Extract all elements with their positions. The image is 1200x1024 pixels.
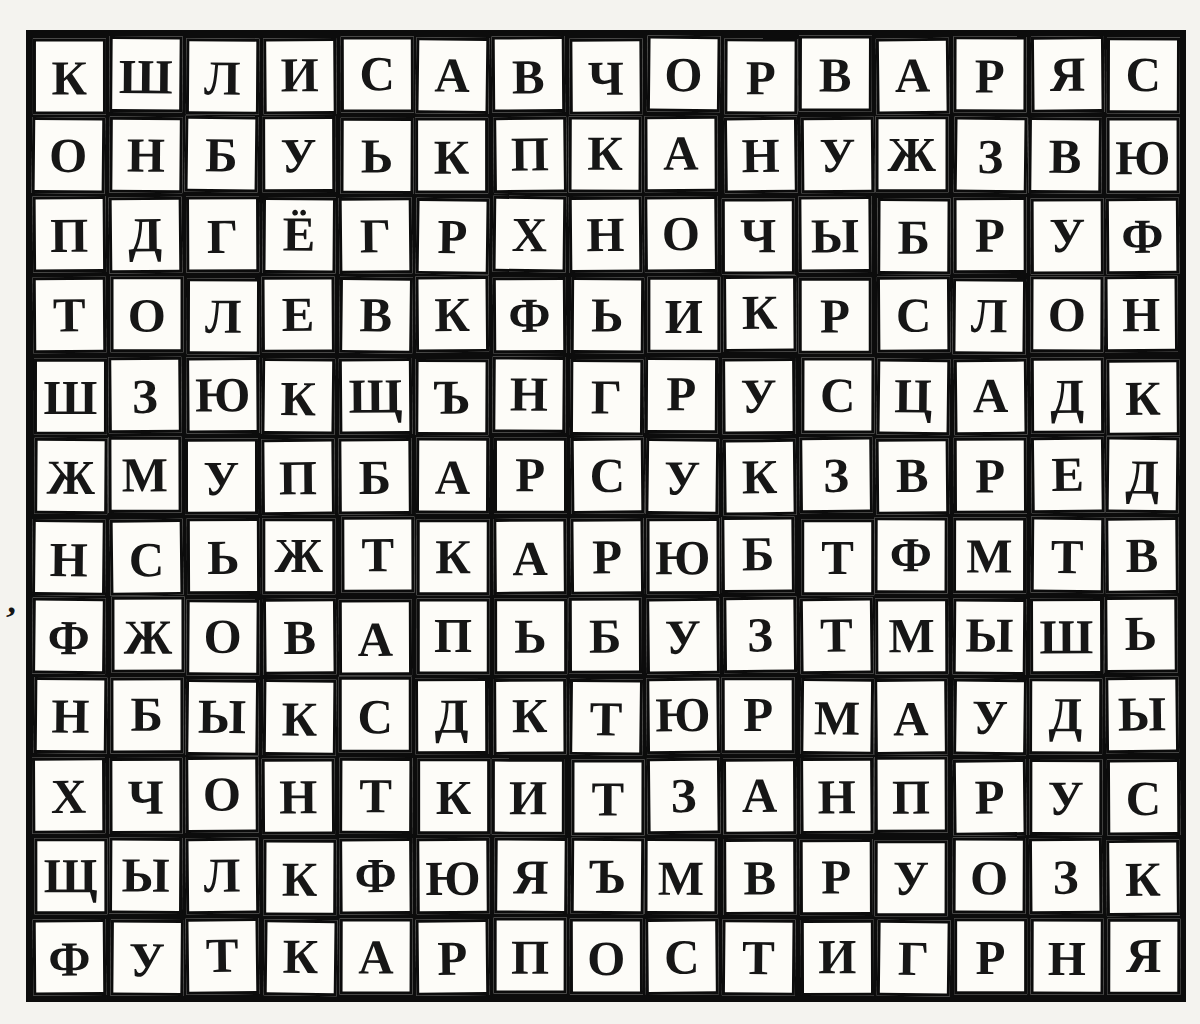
grid-cell[interactable]: О <box>186 757 259 834</box>
cell-letter: В <box>283 612 316 661</box>
cell-letter: Ь <box>360 131 393 180</box>
cell-letter: К <box>436 773 472 822</box>
cell-letter: Ч <box>740 211 776 260</box>
grid-cell[interactable]: Ф <box>493 277 566 354</box>
cell-letter: Ч <box>587 53 623 102</box>
grid-cell[interactable]: Ш <box>34 358 107 434</box>
grid-cell[interactable]: В <box>1106 517 1179 594</box>
cell-letter: П <box>892 773 930 822</box>
cell-letter: Д <box>1048 690 1082 739</box>
grid-cell[interactable]: П <box>493 117 567 194</box>
grid-cell[interactable]: М <box>953 517 1026 593</box>
grid-cell[interactable]: П <box>417 599 490 675</box>
grid-cell[interactable]: Ф <box>339 838 412 915</box>
cell-letter: Ф <box>1122 212 1164 261</box>
grid-cell[interactable]: У <box>110 919 183 996</box>
grid-cell[interactable]: Ш <box>109 36 182 113</box>
grid-cell[interactable]: К <box>723 439 797 516</box>
grid-cell[interactable]: Л <box>186 837 259 914</box>
grid-cell[interactable]: Г <box>570 359 643 436</box>
cell-letter: С <box>664 932 700 981</box>
grid-cell[interactable]: У <box>722 358 795 435</box>
cell-letter: У <box>204 453 240 502</box>
cell-letter: К <box>1125 373 1161 422</box>
grid-cell[interactable]: К <box>263 679 336 756</box>
grid-cell[interactable]: Н <box>34 677 107 754</box>
grid-cell[interactable]: Р <box>954 437 1027 513</box>
cell-letter: Т <box>1050 532 1083 581</box>
cell-letter: К <box>742 452 778 501</box>
grid-cell[interactable]: Ф <box>33 919 106 996</box>
grid-cell[interactable]: Р <box>954 197 1027 273</box>
grid-cell[interactable]: Ж <box>876 116 949 192</box>
cell-letter: З <box>822 450 848 499</box>
grid-cell[interactable]: Д <box>1030 357 1103 434</box>
grid-cell[interactable]: Н <box>262 759 335 836</box>
cell-letter: К <box>512 691 548 740</box>
cell-letter: А <box>663 128 699 177</box>
grid-cell[interactable]: Р <box>798 278 871 354</box>
cell-letter: А <box>357 615 393 664</box>
grid-cell[interactable]: Д <box>1106 436 1179 513</box>
grid-cell[interactable]: Т <box>186 918 260 995</box>
grid-cell[interactable]: Т <box>1030 517 1103 594</box>
grid-cell[interactable]: М <box>875 598 948 674</box>
grid-cell[interactable]: Ю <box>417 837 490 914</box>
grid-cell[interactable]: Ж <box>111 597 184 673</box>
cell-letter: К <box>281 694 317 743</box>
grid-cell[interactable]: У <box>1030 199 1103 275</box>
grid-cell[interactable]: К <box>723 276 796 353</box>
grid-cell[interactable]: С <box>801 357 874 433</box>
grid-cell[interactable]: Т <box>799 598 872 675</box>
grid-cell[interactable]: Б <box>110 678 183 754</box>
grid-cell[interactable]: К <box>263 839 336 916</box>
grid-cell[interactable]: З <box>108 356 181 433</box>
cell-letter: О <box>49 131 88 180</box>
grid-cell[interactable]: У <box>800 117 873 194</box>
grid-cell[interactable]: Б <box>878 198 951 275</box>
grid-cell[interactable]: К <box>493 679 566 756</box>
grid-cell[interactable]: В <box>492 36 565 113</box>
grid-cell[interactable]: О <box>187 599 260 676</box>
cell-letter: Р <box>437 933 467 982</box>
grid-cell[interactable]: Ъ <box>570 837 643 914</box>
grid-cell[interactable]: Ь <box>570 277 643 354</box>
grid-cell[interactable]: А <box>416 437 489 513</box>
cell-letter: Ж <box>888 129 936 178</box>
cell-letter: Ю <box>195 369 251 418</box>
cell-letter: К <box>436 532 472 581</box>
grid-cell[interactable]: У <box>646 438 719 515</box>
grid-cell[interactable]: Р <box>416 198 490 275</box>
cell-letter: Д <box>1126 452 1160 501</box>
cell-letter: Н <box>51 691 90 740</box>
cell-letter: Ц <box>894 371 933 420</box>
grid-cell[interactable]: П <box>33 196 106 273</box>
grid-cell[interactable]: Д <box>1029 679 1102 755</box>
cell-letter: К <box>587 128 623 177</box>
grid-cell[interactable]: А <box>338 599 411 675</box>
grid-cell[interactable]: Р <box>645 357 718 433</box>
cell-letter: Т <box>591 775 624 824</box>
grid-cell[interactable]: К <box>261 358 334 435</box>
grid-cell[interactable]: З <box>647 758 720 835</box>
grid-cell[interactable]: Н <box>1105 276 1178 353</box>
grid-cell[interactable]: Ш <box>1030 598 1103 674</box>
cell-letter: К <box>742 288 778 337</box>
grid-cell[interactable]: Я <box>1031 36 1104 113</box>
grid-cell[interactable]: Л <box>186 38 259 115</box>
grid-cell[interactable]: Я <box>1108 919 1181 995</box>
grid-cell[interactable]: Ь <box>340 118 413 194</box>
grid-cell[interactable]: Р <box>722 677 795 753</box>
grid-cell[interactable]: И <box>800 920 873 996</box>
cell-letter: Б <box>205 130 238 179</box>
grid-cell[interactable]: Л <box>187 279 260 355</box>
cell-letter: Р <box>974 773 1004 822</box>
grid-cell[interactable]: Ч <box>722 199 795 275</box>
grid-cell[interactable]: М <box>800 678 873 755</box>
cell-letter: С <box>1126 50 1162 99</box>
grid-cell[interactable]: Р <box>953 760 1026 837</box>
cell-letter: Ч <box>127 773 163 822</box>
grid-cell[interactable]: Б <box>721 516 794 593</box>
grid-cell[interactable]: Ч <box>569 38 642 115</box>
grid-cell[interactable]: У <box>185 438 258 514</box>
grid-cell[interactable]: Т <box>341 516 414 592</box>
grid-cell[interactable]: М <box>108 436 181 512</box>
cell-letter: Ы <box>198 692 247 741</box>
grid-cell[interactable]: З <box>1029 837 1102 914</box>
cell-letter: П <box>434 611 472 660</box>
grid-cell[interactable]: С <box>1107 760 1180 837</box>
grid-cell[interactable]: Т <box>571 760 644 836</box>
grid-cell[interactable]: О <box>32 117 105 194</box>
grid-cell[interactable]: К <box>568 117 641 193</box>
grid-cell[interactable]: Ь <box>494 598 567 674</box>
cell-letter: А <box>435 452 471 501</box>
grid-cell[interactable]: В <box>1028 117 1101 194</box>
cell-letter: С <box>357 692 392 741</box>
cell-letter: К <box>280 373 316 422</box>
grid-cell[interactable]: К <box>417 519 490 595</box>
cell-letter: А <box>893 694 929 743</box>
grid-cell[interactable]: О <box>647 36 720 113</box>
grid-cell[interactable]: З <box>954 117 1028 194</box>
grid-cell[interactable]: Р <box>953 36 1026 112</box>
cell-letter: Е <box>1051 449 1084 498</box>
cell-letter: А <box>512 534 548 583</box>
grid-cell[interactable]: С <box>570 437 643 514</box>
cell-letter: У <box>1049 211 1085 260</box>
cell-letter: Л <box>204 850 241 899</box>
grid-cell[interactable]: Х <box>493 196 566 273</box>
grid-cell[interactable]: Г <box>338 197 411 274</box>
grid-cell[interactable]: Т <box>722 919 795 996</box>
cell-letter: Ж <box>46 452 95 501</box>
cell-letter: Ф <box>47 613 90 662</box>
grid-cell[interactable]: П <box>261 438 334 515</box>
cell-letter: А <box>742 771 778 820</box>
cell-letter: Т <box>589 694 622 743</box>
grid-cell[interactable]: В <box>263 598 336 675</box>
cell-letter: У <box>893 853 929 902</box>
grid-cell[interactable]: Н <box>1030 918 1103 994</box>
grid-cell[interactable]: Т <box>339 758 412 834</box>
cell-letter: Ь <box>1125 609 1158 658</box>
cell-letter: Б <box>589 611 622 660</box>
grid-cell[interactable]: О <box>110 277 183 353</box>
cell-letter: З <box>977 132 1003 181</box>
grid-cell[interactable]: А <box>874 679 947 756</box>
cell-letter: А <box>358 932 394 981</box>
grid-cell[interactable]: И <box>263 38 336 115</box>
grid-cell[interactable]: А <box>339 918 412 994</box>
cell-letter: Б <box>130 690 162 739</box>
cell-letter: О <box>203 769 241 818</box>
cell-letter: Ш <box>118 52 172 101</box>
cell-letter: Ж <box>123 612 172 661</box>
grid-cell[interactable]: Ы <box>186 679 259 756</box>
grid-cell[interactable]: Б <box>185 116 259 193</box>
cell-letter: Н <box>817 772 855 821</box>
grid-cell[interactable]: С <box>645 918 718 995</box>
grid-cell[interactable]: Д <box>415 678 488 754</box>
grid-cell[interactable]: А <box>645 116 718 193</box>
grid-cell[interactable]: Р <box>494 438 567 514</box>
cell-letter: Т <box>742 932 775 981</box>
cell-letter: Р <box>438 212 469 261</box>
grid-cell[interactable]: Н <box>492 356 565 433</box>
cell-letter: Н <box>586 210 625 259</box>
grid-cell[interactable]: Ю <box>186 357 259 434</box>
cell-letter: Я <box>1126 930 1161 979</box>
cell-letter: Т <box>359 771 392 820</box>
grid-cell[interactable]: Ф <box>875 517 948 593</box>
grid-cell[interactable]: Ь <box>1105 597 1178 674</box>
grid-cell[interactable]: У <box>875 840 948 916</box>
grid-cell[interactable]: У <box>262 116 335 192</box>
grid-cell[interactable]: С <box>1107 37 1180 113</box>
grid-cell[interactable]: Е <box>1031 436 1105 513</box>
grid-cell[interactable]: В <box>876 438 949 515</box>
grid-cell[interactable]: М <box>645 838 718 914</box>
grid-cell[interactable]: С <box>877 277 950 354</box>
grid-cell[interactable]: Ю <box>647 518 720 594</box>
grid-cell[interactable]: В <box>723 838 796 915</box>
cell-letter: В <box>896 450 929 499</box>
grid-cell[interactable]: И <box>648 277 721 353</box>
cell-letter: А <box>435 50 471 99</box>
cell-letter: А <box>895 50 931 99</box>
grid-cell[interactable]: Щ <box>34 838 107 914</box>
cell-letter: Р <box>667 368 697 417</box>
cell-letter: Ф <box>48 934 90 983</box>
grid-cell[interactable]: А <box>416 37 490 114</box>
grid-cell[interactable]: Ф <box>1106 198 1179 275</box>
grid-cell[interactable]: Ч <box>109 758 182 834</box>
cell-letter: И <box>665 292 703 341</box>
cell-letter: Б <box>898 213 931 262</box>
grid-cell[interactable]: Х <box>32 758 105 834</box>
grid-cell[interactable]: К <box>1107 359 1180 436</box>
grid-cell[interactable]: К <box>417 759 490 835</box>
grid-cell[interactable]: О <box>953 837 1026 913</box>
grid-cell[interactable]: Я <box>494 837 567 914</box>
grid-cell[interactable]: К <box>415 118 488 194</box>
grid-cell[interactable]: С <box>340 36 413 112</box>
cell-letter: Ю <box>656 533 711 582</box>
cell-letter: И <box>280 50 319 99</box>
grid-cell[interactable]: П <box>875 757 948 833</box>
cell-letter: Ы <box>121 850 169 899</box>
grid-cell[interactable]: А <box>876 38 950 115</box>
grid-cell[interactable]: С <box>338 677 411 753</box>
grid-cell[interactable]: О <box>1030 277 1103 353</box>
grid-cell[interactable]: Ю <box>647 678 720 755</box>
cell-letter: Н <box>49 534 88 583</box>
grid-cell[interactable]: Ы <box>1106 677 1179 754</box>
cell-letter: Щ <box>348 371 402 420</box>
grid-cell[interactable]: И <box>492 759 565 835</box>
grid-cell[interactable]: Ы <box>109 837 182 914</box>
cell-letter: У <box>972 693 1009 742</box>
grid-cell[interactable]: Ы <box>798 196 871 273</box>
cell-letter: Н <box>510 369 548 418</box>
grid-cell[interactable]: К <box>264 919 338 996</box>
stray-ink-mark: ’ <box>0 599 19 639</box>
cell-letter: Б <box>358 452 391 501</box>
grid-cell[interactable]: Т <box>569 679 643 756</box>
grid-cell[interactable]: Р <box>416 919 489 996</box>
cell-letter: Н <box>1122 290 1160 339</box>
cell-letter: М <box>813 693 860 742</box>
cell-letter: Р <box>975 451 1005 500</box>
cell-letter: В <box>1126 530 1159 579</box>
cell-letter: Ю <box>425 853 481 902</box>
grid-cell[interactable]: Т <box>33 277 106 354</box>
cell-letter: Х <box>511 210 547 259</box>
grid-cell[interactable]: Ж <box>262 518 335 594</box>
cell-letter: Л <box>205 292 242 341</box>
grid-cell[interactable]: А <box>954 358 1027 435</box>
cell-letter: В <box>818 50 851 99</box>
grid-cell[interactable]: У <box>1029 760 1102 836</box>
cell-letter: Р <box>743 690 773 739</box>
cell-letter: Г <box>590 372 621 421</box>
cell-letter: О <box>662 209 701 258</box>
grid-cell[interactable]: Г <box>877 920 951 997</box>
cell-letter: У <box>819 131 855 180</box>
cell-letter: Ф <box>508 291 550 340</box>
cell-letter: Ь <box>591 291 624 340</box>
grid-cell[interactable]: А <box>493 518 566 595</box>
cell-letter: М <box>658 853 704 902</box>
grid-cell[interactable]: У <box>953 679 1027 756</box>
grid-cell[interactable]: Ъ <box>416 359 489 435</box>
cell-letter: С <box>896 291 932 340</box>
cell-letter: Д <box>128 210 162 259</box>
grid-cell[interactable]: С <box>109 519 183 596</box>
grid-cell[interactable]: Г <box>186 197 259 273</box>
grid-cell[interactable]: К <box>416 276 489 353</box>
grid-cell[interactable]: Н <box>568 197 641 274</box>
cell-letter: Ы <box>1118 689 1167 739</box>
grid-cell[interactable]: Р <box>570 518 643 595</box>
cell-letter: К <box>434 132 470 181</box>
cell-letter: С <box>128 535 164 584</box>
grid-cell[interactable]: Н <box>109 117 182 194</box>
cell-letter: Я <box>513 852 549 901</box>
grid-cell[interactable]: Ы <box>953 599 1026 676</box>
grid-cell[interactable]: Н <box>32 519 105 596</box>
grid-cell[interactable]: А <box>723 759 796 836</box>
cell-letter: Л <box>204 53 241 102</box>
cell-letter: У <box>740 371 776 420</box>
grid-cell[interactable]: Е <box>261 277 334 354</box>
cell-letter: А <box>973 370 1009 419</box>
grid-cell[interactable]: Щ <box>338 358 411 435</box>
grid-cell[interactable]: У <box>646 598 720 675</box>
grid-cell[interactable]: Р <box>954 918 1027 994</box>
cell-letter: Н <box>1047 933 1085 982</box>
cell-letter: Н <box>279 772 317 821</box>
grid-cell[interactable]: З <box>799 436 872 513</box>
grid-cell[interactable]: В <box>339 277 413 354</box>
grid-cell[interactable]: Ж <box>34 438 107 515</box>
cell-letter: П <box>279 452 318 501</box>
cell-letter: Ъ <box>433 372 471 421</box>
grid-cell[interactable]: З <box>723 597 796 674</box>
cell-letter: Р <box>820 292 850 341</box>
grid-cell[interactable]: Ё <box>262 197 335 274</box>
cell-letter: З <box>131 371 157 420</box>
cell-letter: Ш <box>1039 612 1093 661</box>
grid-cell[interactable]: Н <box>800 758 873 835</box>
grid-cell[interactable]: Д <box>108 197 181 274</box>
grid-cell[interactable]: Б <box>568 598 641 674</box>
cell-letter: У <box>665 612 702 661</box>
cell-letter: Ф <box>354 850 396 899</box>
cell-letter: У <box>1047 774 1083 823</box>
grid-cell[interactable]: П <box>494 917 567 993</box>
cell-letter: М <box>966 531 1012 580</box>
grid-cell[interactable]: Л <box>952 279 1025 356</box>
cell-letter: И <box>818 931 856 980</box>
cell-letter: Ь <box>514 611 546 660</box>
cell-letter: Ю <box>1116 133 1171 182</box>
cell-letter: В <box>512 52 545 101</box>
grid-cell[interactable]: В <box>798 35 871 111</box>
grid-cell[interactable]: Ю <box>1107 118 1180 194</box>
grid-cell[interactable]: Б <box>338 438 411 515</box>
grid-cell[interactable]: Р <box>799 839 872 915</box>
grid-cell[interactable]: О <box>569 918 642 994</box>
grid-cell[interactable]: Р <box>724 38 797 114</box>
grid-cell[interactable]: К <box>33 38 106 114</box>
cell-letter: Р <box>975 51 1005 100</box>
grid-cell[interactable]: Ь <box>187 518 260 594</box>
grid-cell[interactable]: Н <box>724 117 798 194</box>
grid-cell[interactable]: К <box>1106 839 1179 916</box>
cell-letter: С <box>589 450 625 499</box>
grid-cell[interactable]: Т <box>801 519 874 595</box>
grid-cell[interactable]: Ф <box>32 598 105 675</box>
grid-cell[interactable]: О <box>645 196 718 273</box>
cell-letter: С <box>820 370 855 419</box>
grid-cell[interactable]: Ц <box>877 358 950 435</box>
